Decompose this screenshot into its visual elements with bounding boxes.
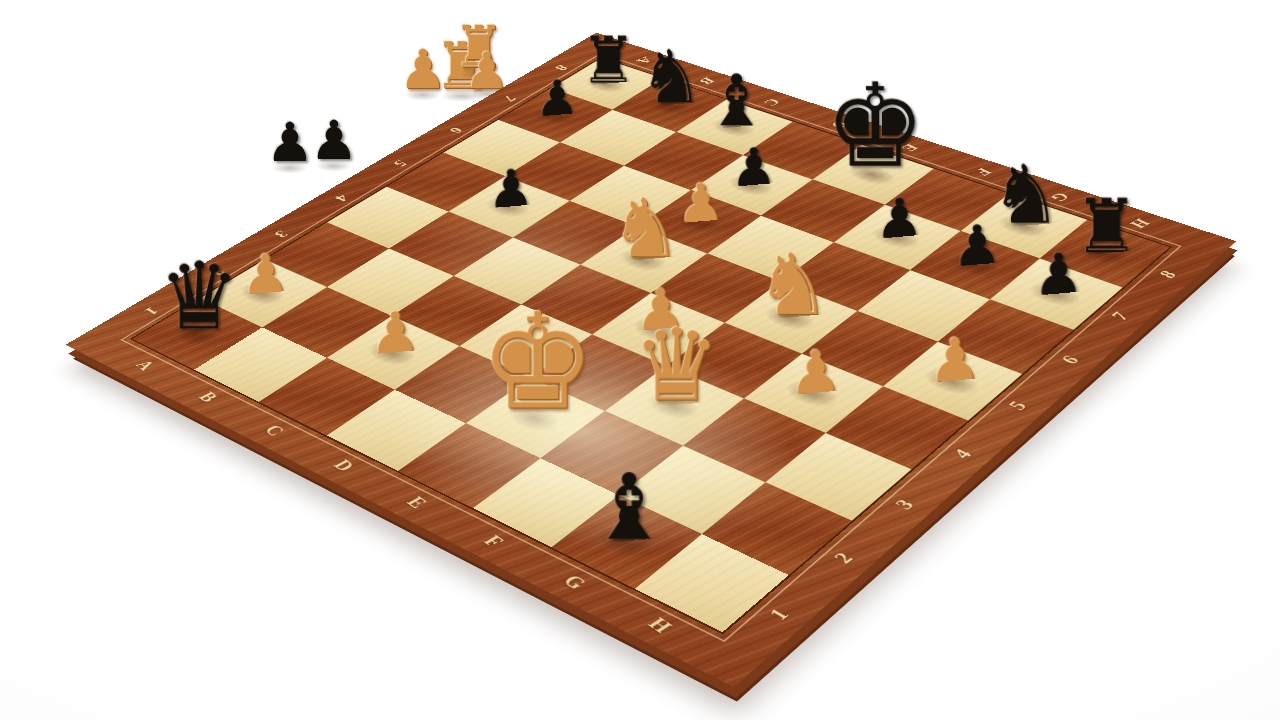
board-frame: ABCDEFGH ABCDEFGH 12345678 12345678 ♜♞♝♚…	[66, 33, 1237, 688]
white-pawn-g4[interactable]: ♟	[789, 342, 842, 403]
captured-black-pawn-2: ♟	[310, 114, 358, 168]
white-queen-f3[interactable]: ♛	[633, 316, 721, 416]
captured-black-pawn-1: ♟	[266, 116, 314, 170]
photo-stage: ABCDEFGH ABCDEFGH 12345678 12345678 ♜♞♝♚…	[0, 0, 1280, 720]
black-queen-a1[interactable]: ♛	[158, 250, 240, 343]
captured-white-pawn-4: ♟	[465, 46, 510, 96]
white-knight-f5[interactable]: ♞	[756, 242, 831, 327]
black-knight-b8[interactable]: ♞	[639, 40, 703, 113]
black-king-e8[interactable]: ♚	[824, 68, 926, 184]
square-c1[interactable]	[259, 358, 395, 436]
black-pawn-f7[interactable]: ♟	[875, 191, 924, 246]
white-knight-d5[interactable]: ♞	[610, 188, 681, 269]
white-king-e2[interactable]: ♚	[479, 295, 595, 427]
board-scene: ABCDEFGH ABCDEFGH 12345678 12345678 ♜♞♝♚…	[66, 33, 1237, 688]
white-pawn-c2[interactable]: ♟	[370, 304, 421, 362]
